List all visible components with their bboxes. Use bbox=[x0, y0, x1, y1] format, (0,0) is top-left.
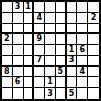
cell-r5c5-empty[interactable] bbox=[45, 45, 56, 56]
cell-r1c2-given: 3 bbox=[13, 2, 24, 13]
cell-r7c4-empty[interactable] bbox=[34, 67, 45, 78]
cell-r9c1-empty[interactable] bbox=[2, 88, 13, 99]
cell-r7c6-given: 5 bbox=[56, 67, 67, 78]
cell-r7c3-empty[interactable] bbox=[24, 67, 35, 78]
cell-r3c5-empty[interactable] bbox=[45, 24, 56, 35]
cell-r3c6-empty[interactable] bbox=[56, 24, 67, 35]
cell-r8c2-given: 6 bbox=[13, 77, 24, 88]
cell-r8c3-empty[interactable] bbox=[24, 77, 35, 88]
cell-r4c8-empty[interactable] bbox=[77, 34, 88, 45]
cell-r5c8-given: 6 bbox=[77, 45, 88, 56]
cell-r4c3-empty[interactable] bbox=[24, 34, 35, 45]
cell-r5c3-empty[interactable] bbox=[24, 45, 35, 56]
cell-r3c1-empty[interactable] bbox=[2, 24, 13, 35]
cell-r1c4-empty[interactable] bbox=[34, 2, 45, 13]
cell-r6c4-given: 7 bbox=[34, 56, 45, 67]
cell-r1c1-empty[interactable] bbox=[2, 2, 13, 13]
cell-r2c3-empty[interactable] bbox=[24, 13, 35, 24]
cell-r2c4-given: 4 bbox=[34, 13, 45, 24]
cell-r5c1-empty[interactable] bbox=[2, 45, 13, 56]
cell-r9c8-empty[interactable] bbox=[77, 88, 88, 99]
cell-r3c8-empty[interactable] bbox=[77, 24, 88, 35]
cell-r6c2-empty[interactable] bbox=[13, 56, 24, 67]
cell-r4c4-given: 9 bbox=[34, 34, 45, 45]
cell-r5c4-empty[interactable] bbox=[34, 45, 45, 56]
cell-r5c9-empty[interactable] bbox=[88, 45, 99, 56]
cell-r2c1-empty[interactable] bbox=[2, 13, 13, 24]
cell-r3c3-empty[interactable] bbox=[24, 24, 35, 35]
sudoku-board: 31422916738546135 bbox=[0, 0, 101, 101]
cell-r6c9-empty[interactable] bbox=[88, 56, 99, 67]
cell-r7c8-given: 4 bbox=[77, 67, 88, 78]
cell-r8c5-given: 1 bbox=[45, 77, 56, 88]
cell-r2c2-empty[interactable] bbox=[13, 13, 24, 24]
cell-r7c7-empty[interactable] bbox=[67, 67, 78, 78]
cell-r3c7-empty[interactable] bbox=[67, 24, 78, 35]
cell-r7c9-empty[interactable] bbox=[88, 67, 99, 78]
cell-r3c4-empty[interactable] bbox=[34, 24, 45, 35]
cell-r8c9-empty[interactable] bbox=[88, 77, 99, 88]
cell-r8c4-empty[interactable] bbox=[34, 77, 45, 88]
cell-r3c2-empty[interactable] bbox=[13, 24, 24, 35]
cell-r8c8-empty[interactable] bbox=[77, 77, 88, 88]
cell-r9c4-empty[interactable] bbox=[34, 88, 45, 99]
cell-r5c2-empty[interactable] bbox=[13, 45, 24, 56]
cell-r2c7-empty[interactable] bbox=[67, 13, 78, 24]
cell-r6c1-empty[interactable] bbox=[2, 56, 13, 67]
cell-r4c2-empty[interactable] bbox=[13, 34, 24, 45]
cell-r9c3-empty[interactable] bbox=[24, 88, 35, 99]
cell-r1c9-empty[interactable] bbox=[88, 2, 99, 13]
cell-r4c7-empty[interactable] bbox=[67, 34, 78, 45]
cell-r9c9-empty[interactable] bbox=[88, 88, 99, 99]
cell-r1c5-empty[interactable] bbox=[45, 2, 56, 13]
cell-r9c7-given: 5 bbox=[67, 88, 78, 99]
cell-r4c9-empty[interactable] bbox=[88, 34, 99, 45]
cell-r2c5-empty[interactable] bbox=[45, 13, 56, 24]
cell-r7c1-given: 8 bbox=[2, 67, 13, 78]
cell-r4c5-empty[interactable] bbox=[45, 34, 56, 45]
cell-r6c3-empty[interactable] bbox=[24, 56, 35, 67]
cell-r6c6-empty[interactable] bbox=[56, 56, 67, 67]
cell-r9c6-empty[interactable] bbox=[56, 88, 67, 99]
cell-r2c6-empty[interactable] bbox=[56, 13, 67, 24]
cell-r6c7-given: 3 bbox=[67, 56, 78, 67]
cell-r5c7-given: 1 bbox=[67, 45, 78, 56]
cell-r1c3-given: 1 bbox=[24, 2, 35, 13]
cell-r7c2-empty[interactable] bbox=[13, 67, 24, 78]
cell-r9c5-given: 3 bbox=[45, 88, 56, 99]
cell-r1c8-empty[interactable] bbox=[77, 2, 88, 13]
cell-r4c1-given: 2 bbox=[2, 34, 13, 45]
cell-r1c6-empty[interactable] bbox=[56, 2, 67, 13]
cell-r1c7-empty[interactable] bbox=[67, 2, 78, 13]
cell-r2c8-empty[interactable] bbox=[77, 13, 88, 24]
cell-r5c6-empty[interactable] bbox=[56, 45, 67, 56]
cell-r7c5-empty[interactable] bbox=[45, 67, 56, 78]
cell-r3c9-empty[interactable] bbox=[88, 24, 99, 35]
cell-r4c6-empty[interactable] bbox=[56, 34, 67, 45]
cell-r8c1-empty[interactable] bbox=[2, 77, 13, 88]
cell-r2c9-given: 2 bbox=[88, 13, 99, 24]
cell-r9c2-empty[interactable] bbox=[13, 88, 24, 99]
cell-r6c8-empty[interactable] bbox=[77, 56, 88, 67]
cell-r8c6-empty[interactable] bbox=[56, 77, 67, 88]
cell-r6c5-empty[interactable] bbox=[45, 56, 56, 67]
cell-r8c7-empty[interactable] bbox=[67, 77, 78, 88]
